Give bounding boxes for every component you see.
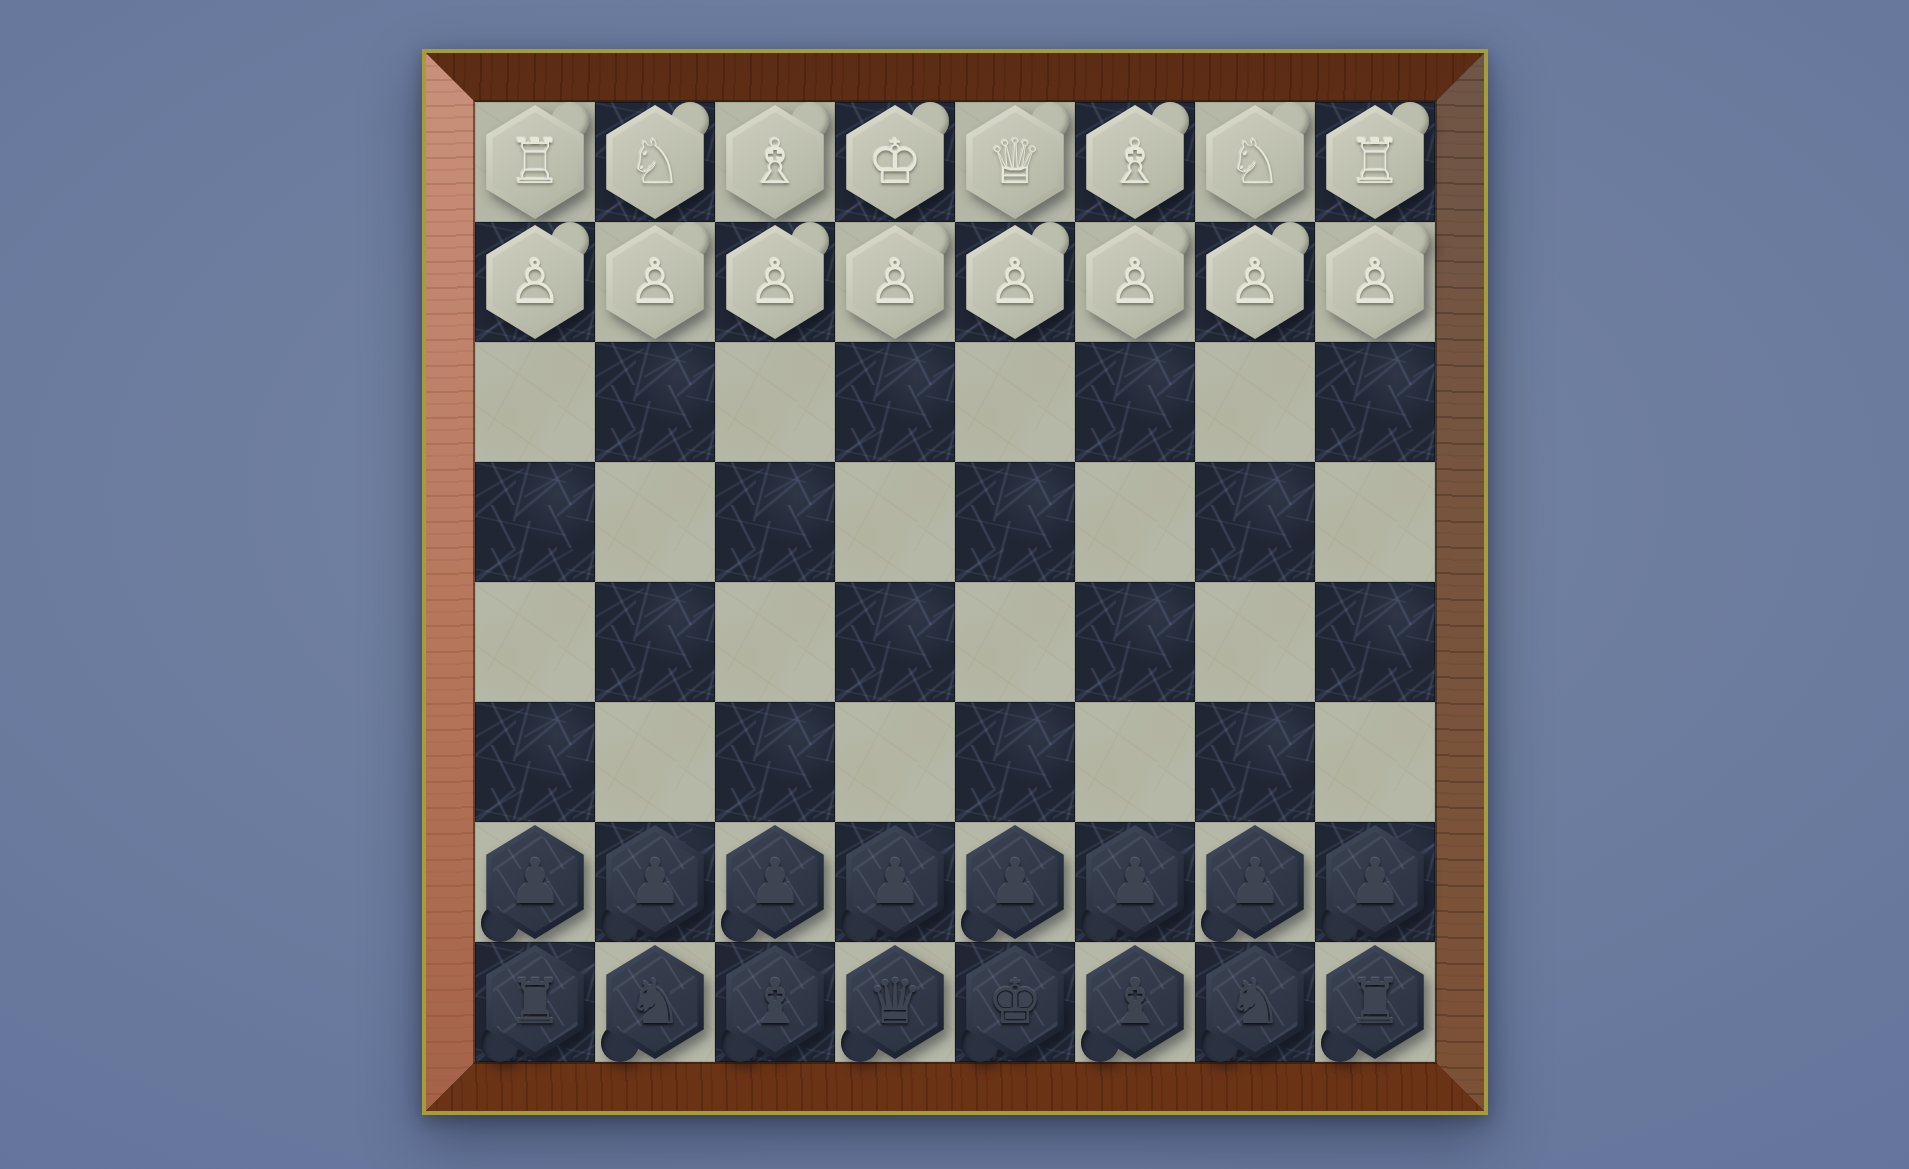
board-square[interactable]: ♟ (715, 822, 835, 942)
piece-glyph: ♟ (747, 851, 803, 913)
piece-bP[interactable]: ♟ (962, 825, 1068, 939)
board-square[interactable]: ♜ (475, 942, 595, 1062)
board-square[interactable] (1075, 462, 1195, 582)
piece-glyph: ♙ (1107, 251, 1163, 313)
board-square[interactable]: ♞ (595, 942, 715, 1062)
piece-bR[interactable]: ♜ (482, 945, 588, 1059)
piece-bP[interactable]: ♟ (482, 825, 588, 939)
board-square[interactable]: ♖ (1315, 102, 1435, 222)
piece-glyph: ♞ (627, 971, 683, 1033)
board-square[interactable]: ♟ (475, 822, 595, 942)
piece-glyph: ♗ (747, 131, 803, 193)
piece-glyph: ♟ (507, 851, 563, 913)
board-square[interactable] (715, 462, 835, 582)
piece-glyph: ♚ (987, 971, 1043, 1033)
piece-glyph: ♙ (747, 251, 803, 313)
piece-wN[interactable]: ♘ (602, 105, 708, 219)
board-square[interactable]: ♝ (1075, 942, 1195, 1062)
board-square[interactable]: ♕ (955, 102, 1075, 222)
board-square[interactable] (955, 462, 1075, 582)
board-square[interactable] (1315, 582, 1435, 702)
piece-bP[interactable]: ♟ (1322, 825, 1428, 939)
board-square[interactable] (1315, 702, 1435, 822)
piece-glyph: ♗ (1107, 131, 1163, 193)
board-square[interactable]: ♝ (715, 942, 835, 1062)
piece-wP[interactable]: ♙ (842, 225, 948, 339)
board-square[interactable]: ♙ (955, 222, 1075, 342)
piece-glyph: ♙ (867, 251, 923, 313)
piece-glyph: ♟ (987, 851, 1043, 913)
board-square[interactable] (715, 702, 835, 822)
board-square[interactable]: ♔ (835, 102, 955, 222)
board-square[interactable] (835, 342, 955, 462)
piece-glyph: ♘ (1227, 131, 1283, 193)
piece-wR[interactable]: ♖ (1322, 105, 1428, 219)
board-square[interactable]: ♞ (1195, 942, 1315, 1062)
piece-bB[interactable]: ♝ (722, 945, 828, 1059)
board-square[interactable] (715, 582, 835, 702)
scene-background: ♖♘♗♔♕♗♘♖♙♙♙♙♙♙♙♙♟♟♟♟♟♟♟♟♜♞♝♛♚♝♞♜ (0, 0, 1909, 1169)
board-square[interactable] (595, 462, 715, 582)
board-square[interactable] (715, 342, 835, 462)
piece-wP[interactable]: ♙ (722, 225, 828, 339)
piece-glyph: ♟ (627, 851, 683, 913)
board-square[interactable] (475, 462, 595, 582)
board-square[interactable]: ♟ (955, 822, 1075, 942)
piece-bP[interactable]: ♟ (722, 825, 828, 939)
board-square[interactable]: ♟ (1315, 822, 1435, 942)
piece-wB[interactable]: ♗ (722, 105, 828, 219)
piece-bN[interactable]: ♞ (1202, 945, 1308, 1059)
board-square[interactable] (1315, 462, 1435, 582)
piece-glyph: ♛ (867, 971, 923, 1033)
board-square[interactable] (955, 582, 1075, 702)
piece-glyph: ♝ (747, 971, 803, 1033)
piece-wP[interactable]: ♙ (962, 225, 1068, 339)
piece-glyph: ♖ (1347, 131, 1403, 193)
piece-wB[interactable]: ♗ (1082, 105, 1188, 219)
board-square[interactable]: ♖ (475, 102, 595, 222)
piece-bP[interactable]: ♟ (1202, 825, 1308, 939)
piece-glyph: ♝ (1107, 971, 1163, 1033)
board-square[interactable] (835, 582, 955, 702)
board-square[interactable] (595, 582, 715, 702)
board-square[interactable] (955, 702, 1075, 822)
piece-bP[interactable]: ♟ (842, 825, 948, 939)
piece-glyph: ♜ (1347, 971, 1403, 1033)
board-square[interactable]: ♙ (715, 222, 835, 342)
piece-bP[interactable]: ♟ (602, 825, 708, 939)
piece-bR[interactable]: ♜ (1322, 945, 1428, 1059)
piece-bP[interactable]: ♟ (1082, 825, 1188, 939)
piece-bQ[interactable]: ♛ (842, 945, 948, 1059)
piece-glyph: ♟ (1107, 851, 1163, 913)
piece-glyph: ♙ (987, 251, 1043, 313)
board-square[interactable] (595, 342, 715, 462)
piece-wR[interactable]: ♖ (482, 105, 588, 219)
board-square[interactable]: ♜ (1315, 942, 1435, 1062)
piece-glyph: ♜ (507, 971, 563, 1033)
piece-wP[interactable]: ♙ (1202, 225, 1308, 339)
board-square[interactable] (1315, 342, 1435, 462)
board-square[interactable]: ♙ (835, 222, 955, 342)
board-square[interactable] (1075, 582, 1195, 702)
piece-glyph: ♟ (1227, 851, 1283, 913)
board-square[interactable]: ♙ (1315, 222, 1435, 342)
board-square[interactable]: ♛ (835, 942, 955, 1062)
piece-wP[interactable]: ♙ (1082, 225, 1188, 339)
chess-board: ♖♘♗♔♕♗♘♖♙♙♙♙♙♙♙♙♟♟♟♟♟♟♟♟♜♞♝♛♚♝♞♜ (422, 49, 1488, 1115)
board-square[interactable]: ♟ (1195, 822, 1315, 942)
board-square[interactable]: ♟ (1075, 822, 1195, 942)
piece-glyph: ♕ (987, 131, 1043, 193)
board-square[interactable] (475, 342, 595, 462)
board-square[interactable] (475, 582, 595, 702)
board-square[interactable] (1195, 582, 1315, 702)
board-square[interactable]: ♙ (475, 222, 595, 342)
board-square[interactable]: ♚ (955, 942, 1075, 1062)
board-square[interactable] (1195, 702, 1315, 822)
piece-glyph: ♙ (1347, 251, 1403, 313)
board-square[interactable]: ♟ (835, 822, 955, 942)
piece-glyph: ♟ (867, 851, 923, 913)
board-square[interactable] (1195, 462, 1315, 582)
board-square[interactable] (835, 462, 955, 582)
piece-glyph: ♙ (507, 251, 563, 313)
board-square[interactable] (1075, 702, 1195, 822)
board-square[interactable]: ♙ (1075, 222, 1195, 342)
piece-bK[interactable]: ♚ (962, 945, 1068, 1059)
piece-wQ[interactable]: ♕ (962, 105, 1068, 219)
board-square[interactable]: ♙ (595, 222, 715, 342)
piece-wP[interactable]: ♙ (1322, 225, 1428, 339)
board-square[interactable]: ♘ (1195, 102, 1315, 222)
board-square[interactable]: ♗ (715, 102, 835, 222)
piece-wK[interactable]: ♔ (842, 105, 948, 219)
piece-wP[interactable]: ♙ (602, 225, 708, 339)
board-square[interactable] (475, 702, 595, 822)
piece-glyph: ♔ (867, 131, 923, 193)
board-square[interactable] (835, 702, 955, 822)
board-square[interactable]: ♘ (595, 102, 715, 222)
board-square[interactable] (1075, 342, 1195, 462)
board-square[interactable] (955, 342, 1075, 462)
piece-wN[interactable]: ♘ (1202, 105, 1308, 219)
board-square[interactable]: ♟ (595, 822, 715, 942)
piece-glyph: ♘ (627, 131, 683, 193)
piece-bN[interactable]: ♞ (602, 945, 708, 1059)
piece-glyph: ♙ (627, 251, 683, 313)
board-square[interactable]: ♙ (1195, 222, 1315, 342)
board-square[interactable] (595, 702, 715, 822)
piece-glyph: ♖ (507, 131, 563, 193)
piece-glyph: ♞ (1227, 971, 1283, 1033)
board-squares: ♖♘♗♔♕♗♘♖♙♙♙♙♙♙♙♙♟♟♟♟♟♟♟♟♜♞♝♛♚♝♞♜ (475, 102, 1435, 1062)
piece-bB[interactable]: ♝ (1082, 945, 1188, 1059)
board-square[interactable]: ♗ (1075, 102, 1195, 222)
piece-wP[interactable]: ♙ (482, 225, 588, 339)
piece-glyph: ♙ (1227, 251, 1283, 313)
piece-glyph: ♟ (1347, 851, 1403, 913)
board-square[interactable] (1195, 342, 1315, 462)
